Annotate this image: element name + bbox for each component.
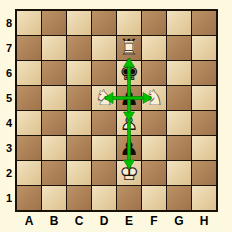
square-g3[interactable] [167, 136, 191, 160]
square-f8[interactable] [142, 11, 166, 35]
rank-label-7: 7 [0, 36, 14, 60]
square-e2[interactable]: ♚♔ [117, 161, 141, 185]
square-d6[interactable] [92, 61, 116, 85]
piece-black-king[interactable]: ♚ [117, 61, 141, 85]
file-label-d: D [92, 213, 116, 229]
square-g7[interactable] [167, 36, 191, 60]
square-g5[interactable] [167, 86, 191, 110]
square-b2[interactable] [42, 161, 66, 185]
square-e6[interactable]: ♚ [117, 61, 141, 85]
black-king-glyph: ♚ [117, 61, 141, 85]
black-pawn-glyph: ♟ [117, 136, 141, 160]
piece-black-pawn[interactable]: ♟ [117, 136, 141, 160]
square-g4[interactable] [167, 111, 191, 135]
rank-label-2: 2 [0, 161, 14, 185]
square-a3[interactable] [17, 136, 41, 160]
white-knight-glyph: ♘ [142, 86, 166, 110]
square-f5[interactable]: ♞♘ [142, 86, 166, 110]
file-label-c: C [67, 213, 91, 229]
square-h5[interactable] [192, 86, 216, 110]
square-g2[interactable] [167, 161, 191, 185]
square-h3[interactable] [192, 136, 216, 160]
square-b5[interactable] [42, 86, 66, 110]
square-a8[interactable] [17, 11, 41, 35]
rank-label-8: 8 [0, 11, 14, 35]
square-d1[interactable] [92, 186, 116, 210]
square-e1[interactable] [117, 186, 141, 210]
square-c3[interactable] [67, 136, 91, 160]
square-g8[interactable] [167, 11, 191, 35]
white-king-glyph: ♔ [117, 161, 141, 185]
square-f2[interactable] [142, 161, 166, 185]
square-e7[interactable]: ♜♖ [117, 36, 141, 60]
black-pawn-glyph: ♟ [117, 86, 141, 110]
square-a5[interactable] [17, 86, 41, 110]
square-b6[interactable] [42, 61, 66, 85]
square-b7[interactable] [42, 36, 66, 60]
white-rook-glyph: ♖ [117, 36, 141, 60]
file-labels: ABCDEFGH [17, 213, 216, 229]
square-a6[interactable] [17, 61, 41, 85]
rank-label-3: 3 [0, 136, 14, 160]
square-c5[interactable] [67, 86, 91, 110]
square-d4[interactable] [92, 111, 116, 135]
square-c2[interactable] [67, 161, 91, 185]
piece-white-king[interactable]: ♚♔ [117, 161, 141, 185]
chess-board[interactable]: ♜♖♚♞♘♟♞♘♟♙♟♚♔ [15, 9, 218, 212]
file-label-e: E [117, 213, 141, 229]
square-h7[interactable] [192, 36, 216, 60]
chess-lesson-canvas: 87654321 ♜♖♚♞♘♟♞♘♟♙♟♚♔ ABCDEFGH [0, 0, 232, 232]
square-f1[interactable] [142, 186, 166, 210]
square-b4[interactable] [42, 111, 66, 135]
square-h4[interactable] [192, 111, 216, 135]
square-a7[interactable] [17, 36, 41, 60]
rank-label-1: 1 [0, 186, 14, 210]
square-d2[interactable] [92, 161, 116, 185]
white-pawn-glyph: ♙ [117, 111, 141, 135]
square-b8[interactable] [42, 11, 66, 35]
square-h6[interactable] [192, 61, 216, 85]
square-a2[interactable] [17, 161, 41, 185]
white-knight-glyph: ♘ [92, 86, 116, 110]
square-e4[interactable]: ♟♙ [117, 111, 141, 135]
square-f4[interactable] [142, 111, 166, 135]
square-g1[interactable] [167, 186, 191, 210]
square-a1[interactable] [17, 186, 41, 210]
square-c1[interactable] [67, 186, 91, 210]
file-label-g: G [167, 213, 191, 229]
square-d8[interactable] [92, 11, 116, 35]
square-f6[interactable] [142, 61, 166, 85]
piece-white-pawn[interactable]: ♟♙ [117, 111, 141, 135]
piece-white-rook[interactable]: ♜♖ [117, 36, 141, 60]
file-label-b: B [42, 213, 66, 229]
square-d7[interactable] [92, 36, 116, 60]
square-h8[interactable] [192, 11, 216, 35]
piece-white-knight[interactable]: ♞♘ [92, 86, 116, 110]
square-a4[interactable] [17, 111, 41, 135]
square-h1[interactable] [192, 186, 216, 210]
square-e3[interactable]: ♟ [117, 136, 141, 160]
square-c8[interactable] [67, 11, 91, 35]
square-e5[interactable]: ♟ [117, 86, 141, 110]
square-c4[interactable] [67, 111, 91, 135]
square-g6[interactable] [167, 61, 191, 85]
file-label-a: A [17, 213, 41, 229]
square-b3[interactable] [42, 136, 66, 160]
square-f3[interactable] [142, 136, 166, 160]
piece-black-pawn[interactable]: ♟ [117, 86, 141, 110]
square-d3[interactable] [92, 136, 116, 160]
square-h2[interactable] [192, 161, 216, 185]
square-b1[interactable] [42, 186, 66, 210]
square-e8[interactable] [117, 11, 141, 35]
square-c6[interactable] [67, 61, 91, 85]
rank-labels: 87654321 [0, 11, 14, 210]
square-f7[interactable] [142, 36, 166, 60]
file-label-f: F [142, 213, 166, 229]
rank-label-6: 6 [0, 61, 14, 85]
rank-label-5: 5 [0, 86, 14, 110]
square-d5[interactable]: ♞♘ [92, 86, 116, 110]
file-label-h: H [192, 213, 216, 229]
piece-white-knight[interactable]: ♞♘ [142, 86, 166, 110]
rank-label-4: 4 [0, 111, 14, 135]
square-c7[interactable] [67, 36, 91, 60]
